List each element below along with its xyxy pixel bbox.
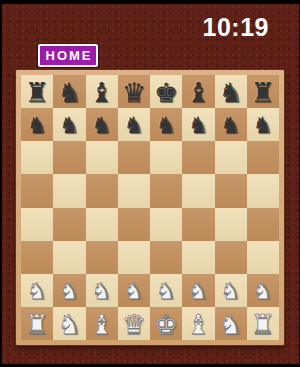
square-d2[interactable]: ♞: [118, 274, 150, 307]
square-g7[interactable]: ♞: [215, 108, 247, 141]
square-h4[interactable]: [247, 208, 279, 241]
piece-white-knight-f2[interactable]: ♞: [188, 278, 209, 303]
square-h1[interactable]: ♜: [247, 307, 279, 340]
square-h3[interactable]: [247, 241, 279, 274]
chess-board: ♜♞♝♛♚♝♞♜♞♞♞♞♞♞♞♞♞♞♞♞♞♞♞♞♜♞♝♛♚♝♞♜: [21, 75, 279, 340]
piece-black-knight-a7[interactable]: ♞: [27, 112, 48, 137]
square-e3[interactable]: [150, 241, 182, 274]
piece-white-knight-g2[interactable]: ♞: [220, 278, 241, 303]
square-a4[interactable]: [21, 208, 53, 241]
square-c5[interactable]: [86, 174, 118, 207]
piece-black-knight-g7[interactable]: ♞: [220, 112, 241, 137]
square-a5[interactable]: [21, 174, 53, 207]
square-d4[interactable]: [118, 208, 150, 241]
square-a2[interactable]: ♞: [21, 274, 53, 307]
square-b4[interactable]: [53, 208, 85, 241]
piece-black-knight-h7[interactable]: ♞: [253, 112, 274, 137]
square-d1[interactable]: ♛: [118, 307, 150, 340]
piece-black-knight-d7[interactable]: ♞: [124, 112, 145, 137]
square-c8[interactable]: ♝: [86, 75, 118, 108]
piece-black-rook-a8[interactable]: ♜: [25, 77, 49, 106]
square-c2[interactable]: ♞: [86, 274, 118, 307]
piece-black-knight-c7[interactable]: ♞: [91, 112, 112, 137]
chess-board-frame: ♜♞♝♛♚♝♞♜♞♞♞♞♞♞♞♞♞♞♞♞♞♞♞♞♜♞♝♛♚♝♞♜: [15, 69, 285, 346]
piece-white-knight-a2[interactable]: ♞: [27, 278, 48, 303]
square-b1[interactable]: ♞: [53, 307, 85, 340]
square-d5[interactable]: [118, 174, 150, 207]
square-g5[interactable]: [215, 174, 247, 207]
piece-white-bishop-f1[interactable]: ♝: [186, 309, 210, 338]
piece-black-rook-h8[interactable]: ♜: [251, 77, 275, 106]
piece-black-queen-d8[interactable]: ♛: [122, 77, 146, 106]
square-g2[interactable]: ♞: [215, 274, 247, 307]
piece-black-knight-b7[interactable]: ♞: [59, 112, 80, 137]
home-button[interactable]: HOME: [38, 44, 98, 67]
piece-white-knight-d2[interactable]: ♞: [124, 278, 145, 303]
square-g8[interactable]: ♞: [215, 75, 247, 108]
square-e1[interactable]: ♚: [150, 307, 182, 340]
square-f6[interactable]: [182, 141, 214, 174]
piece-white-knight-b2[interactable]: ♞: [59, 278, 80, 303]
piece-black-knight-b8[interactable]: ♞: [57, 77, 81, 106]
square-b8[interactable]: ♞: [53, 75, 85, 108]
piece-white-queen-d1[interactable]: ♛: [122, 309, 146, 338]
square-a6[interactable]: [21, 141, 53, 174]
square-h8[interactable]: ♜: [247, 75, 279, 108]
square-e2[interactable]: ♞: [150, 274, 182, 307]
piece-white-knight-c2[interactable]: ♞: [91, 278, 112, 303]
piece-white-king-e1[interactable]: ♚: [154, 309, 178, 338]
square-b3[interactable]: [53, 241, 85, 274]
square-f8[interactable]: ♝: [182, 75, 214, 108]
square-d8[interactable]: ♛: [118, 75, 150, 108]
square-a3[interactable]: [21, 241, 53, 274]
square-g1[interactable]: ♞: [215, 307, 247, 340]
piece-white-knight-g1[interactable]: ♞: [219, 309, 243, 338]
piece-white-knight-h2[interactable]: ♞: [253, 278, 274, 303]
square-a1[interactable]: ♜: [21, 307, 53, 340]
square-g6[interactable]: [215, 141, 247, 174]
clock-display: 10:19: [203, 15, 269, 40]
square-g4[interactable]: [215, 208, 247, 241]
square-b5[interactable]: [53, 174, 85, 207]
square-c3[interactable]: [86, 241, 118, 274]
piece-white-bishop-c1[interactable]: ♝: [90, 309, 114, 338]
square-b2[interactable]: ♞: [53, 274, 85, 307]
piece-black-bishop-c8[interactable]: ♝: [90, 77, 114, 106]
piece-black-knight-e7[interactable]: ♞: [156, 112, 177, 137]
square-h2[interactable]: ♞: [247, 274, 279, 307]
square-e7[interactable]: ♞: [150, 108, 182, 141]
square-b6[interactable]: [53, 141, 85, 174]
square-a8[interactable]: ♜: [21, 75, 53, 108]
piece-black-knight-g8[interactable]: ♞: [219, 77, 243, 106]
square-h5[interactable]: [247, 174, 279, 207]
square-e4[interactable]: [150, 208, 182, 241]
piece-white-knight-e2[interactable]: ♞: [156, 278, 177, 303]
piece-white-knight-b1[interactable]: ♞: [57, 309, 81, 338]
square-c1[interactable]: ♝: [86, 307, 118, 340]
square-c4[interactable]: [86, 208, 118, 241]
square-e8[interactable]: ♚: [150, 75, 182, 108]
piece-black-knight-f7[interactable]: ♞: [188, 112, 209, 137]
square-e5[interactable]: [150, 174, 182, 207]
square-f7[interactable]: ♞: [182, 108, 214, 141]
square-h7[interactable]: ♞: [247, 108, 279, 141]
square-c6[interactable]: [86, 141, 118, 174]
square-d3[interactable]: [118, 241, 150, 274]
square-c7[interactable]: ♞: [86, 108, 118, 141]
piece-white-rook-h1[interactable]: ♜: [251, 309, 275, 338]
square-f4[interactable]: [182, 208, 214, 241]
piece-white-rook-a1[interactable]: ♜: [25, 309, 49, 338]
square-e6[interactable]: [150, 141, 182, 174]
square-f1[interactable]: ♝: [182, 307, 214, 340]
square-f3[interactable]: [182, 241, 214, 274]
square-h6[interactable]: [247, 141, 279, 174]
square-g3[interactable]: [215, 241, 247, 274]
square-d6[interactable]: [118, 141, 150, 174]
piece-black-king-e8[interactable]: ♚: [154, 77, 178, 106]
square-b7[interactable]: ♞: [53, 108, 85, 141]
square-f5[interactable]: [182, 174, 214, 207]
square-f2[interactable]: ♞: [182, 274, 214, 307]
square-d7[interactable]: ♞: [118, 108, 150, 141]
square-a7[interactable]: ♞: [21, 108, 53, 141]
app-screen: 10:19 HOME ♜♞♝♛♚♝♞♜♞♞♞♞♞♞♞♞♞♞♞♞♞♞♞♞♜♞♝♛♚…: [0, 0, 300, 367]
piece-black-bishop-f8[interactable]: ♝: [186, 77, 210, 106]
